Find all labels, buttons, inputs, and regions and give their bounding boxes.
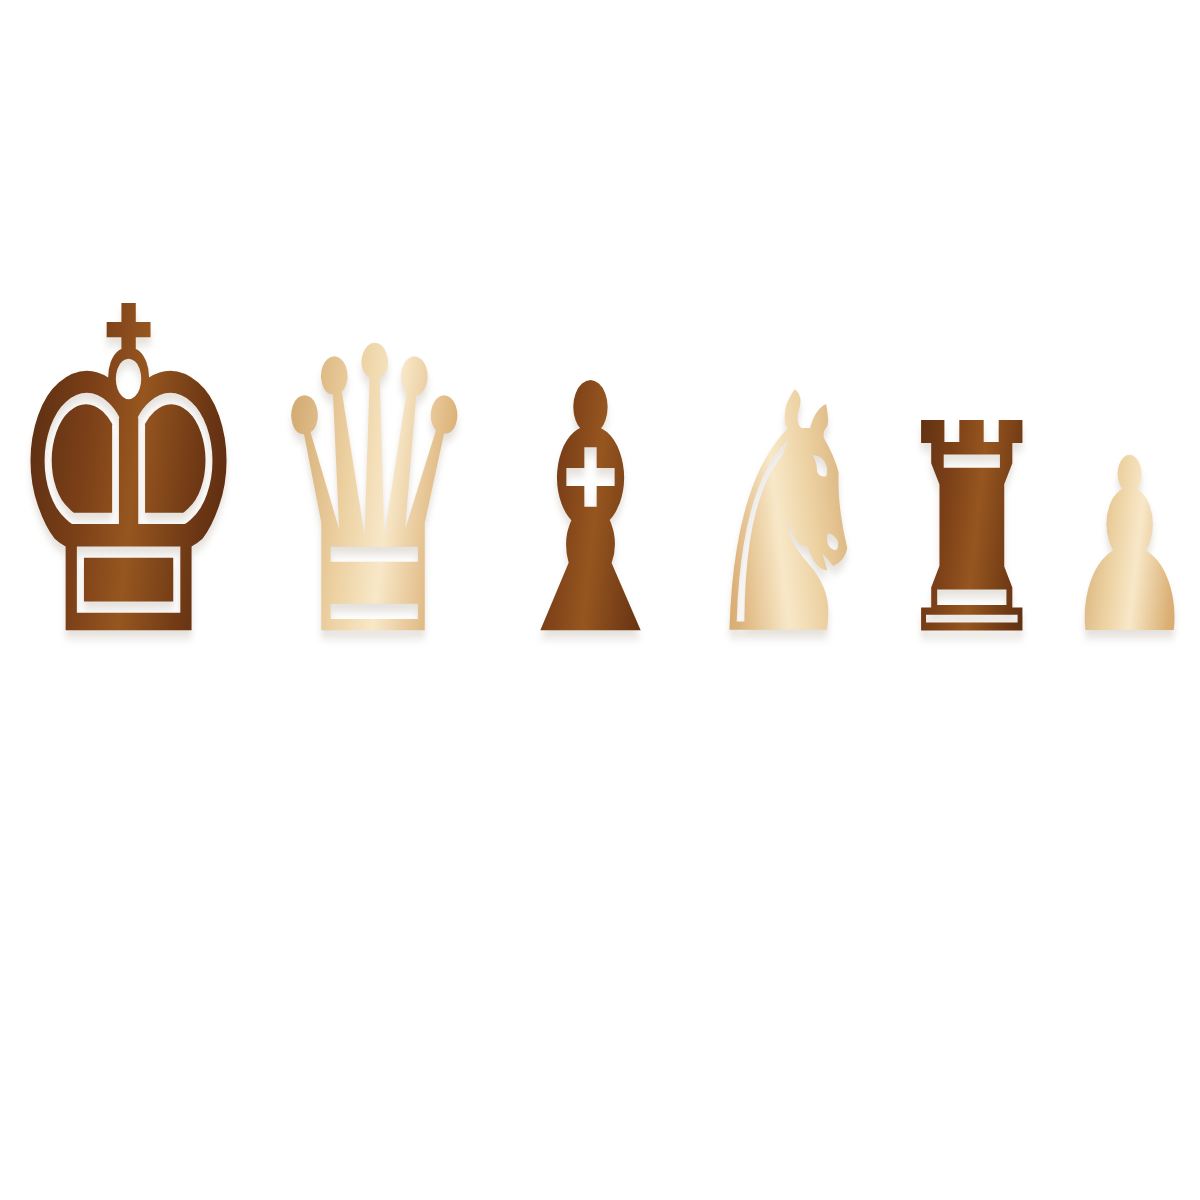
light-pawn-piece: ♟: [1063, 427, 1197, 667]
light-queen-piece: ♛: [264, 297, 485, 691]
light-knight-piece: ♞: [696, 351, 881, 681]
chess-pieces-row: ♚ ♛ ♝ ♞ ♜ ♟: [0, 393, 1200, 673]
dark-bishop-piece: ♝: [495, 341, 687, 683]
dark-rook-piece: ♜: [891, 387, 1052, 675]
product-photo-stage: ♚ ♛ ♝ ♞ ♜ ♟: [0, 0, 1200, 1200]
dark-king-piece: ♚: [3, 251, 254, 699]
